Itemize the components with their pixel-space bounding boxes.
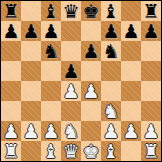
square-d5[interactable]: ♟ [61,61,81,81]
square-d4[interactable]: ♟ [61,81,81,101]
square-f7[interactable]: ♟ [101,21,121,41]
white-bishop[interactable]: ♝ [41,141,61,161]
square-f3[interactable]: ♞ [101,101,121,121]
square-d1[interactable]: ♛ [61,141,81,161]
white-pawn[interactable]: ♟ [1,121,21,141]
square-e7[interactable] [81,21,101,41]
black-pawn[interactable]: ♟ [101,21,121,41]
white-knight[interactable]: ♞ [101,101,121,121]
square-b7[interactable]: ♟ [21,21,41,41]
square-c8[interactable]: ♝ [41,1,61,21]
black-knight[interactable]: ♞ [101,41,121,61]
black-pawn[interactable]: ♟ [81,41,101,61]
white-pawn[interactable]: ♟ [21,121,41,141]
white-pawn[interactable]: ♟ [121,121,141,141]
black-pawn[interactable]: ♟ [41,21,61,41]
square-b2[interactable]: ♟ [21,121,41,141]
square-f4[interactable] [101,81,121,101]
square-a4[interactable] [1,81,21,101]
square-b6[interactable] [21,41,41,61]
square-h6[interactable] [141,41,161,61]
square-c2[interactable]: ♟ [41,121,61,141]
black-pawn[interactable]: ♟ [21,21,41,41]
square-e8[interactable]: ♚ [81,1,101,21]
white-king[interactable]: ♚ [81,141,101,161]
white-queen[interactable]: ♛ [61,141,81,161]
black-pawn[interactable]: ♟ [1,21,21,41]
square-a8[interactable]: ♜ [1,1,21,21]
square-g4[interactable] [121,81,141,101]
square-g1[interactable] [121,141,141,161]
square-h2[interactable]: ♟ [141,121,161,141]
square-c1[interactable]: ♝ [41,141,61,161]
black-bishop[interactable]: ♝ [101,1,121,21]
square-g3[interactable] [121,101,141,121]
square-e4[interactable]: ♟ [81,81,101,101]
square-a5[interactable] [1,61,21,81]
square-g7[interactable]: ♟ [121,21,141,41]
square-a1[interactable]: ♜ [1,141,21,161]
square-e3[interactable] [81,101,101,121]
white-rook[interactable]: ♜ [1,141,21,161]
square-e1[interactable]: ♚ [81,141,101,161]
square-d2[interactable]: ♞ [61,121,81,141]
black-queen[interactable]: ♛ [61,1,81,21]
square-h5[interactable] [141,61,161,81]
square-c5[interactable] [41,61,61,81]
white-knight[interactable]: ♞ [61,121,81,141]
square-f2[interactable]: ♟ [101,121,121,141]
white-pawn[interactable]: ♟ [141,121,161,141]
square-h3[interactable] [141,101,161,121]
square-b1[interactable] [21,141,41,161]
square-a7[interactable]: ♟ [1,21,21,41]
square-c6[interactable]: ♞ [41,41,61,61]
chess-board: ♜♝♛♚♝♜♟♟♟♟♟♟♞♟♞♟♟♟♞♟♟♟♞♟♟♟♜♝♛♚♝♜ [0,0,162,162]
square-f5[interactable] [101,61,121,81]
square-e6[interactable]: ♟ [81,41,101,61]
black-knight[interactable]: ♞ [41,41,61,61]
square-g2[interactable]: ♟ [121,121,141,141]
black-rook[interactable]: ♜ [141,1,161,21]
square-f6[interactable]: ♞ [101,41,121,61]
square-b3[interactable] [21,101,41,121]
black-pawn[interactable]: ♟ [61,61,81,81]
white-pawn[interactable]: ♟ [41,121,61,141]
black-king[interactable]: ♚ [81,1,101,21]
square-d6[interactable] [61,41,81,61]
square-g5[interactable] [121,61,141,81]
square-a3[interactable] [1,101,21,121]
square-h8[interactable]: ♜ [141,1,161,21]
black-rook[interactable]: ♜ [1,1,21,21]
square-e2[interactable] [81,121,101,141]
square-g8[interactable] [121,1,141,21]
square-c4[interactable] [41,81,61,101]
black-pawn[interactable]: ♟ [121,21,141,41]
square-h7[interactable]: ♟ [141,21,161,41]
square-c3[interactable] [41,101,61,121]
square-a2[interactable]: ♟ [1,121,21,141]
square-b5[interactable] [21,61,41,81]
square-f1[interactable]: ♝ [101,141,121,161]
white-pawn[interactable]: ♟ [101,121,121,141]
square-e5[interactable] [81,61,101,81]
square-h1[interactable]: ♜ [141,141,161,161]
white-pawn[interactable]: ♟ [81,81,101,101]
square-f8[interactable]: ♝ [101,1,121,21]
black-bishop[interactable]: ♝ [41,1,61,21]
square-d7[interactable] [61,21,81,41]
white-rook[interactable]: ♜ [141,141,161,161]
square-h4[interactable] [141,81,161,101]
white-pawn[interactable]: ♟ [61,81,81,101]
square-d3[interactable] [61,101,81,121]
square-c7[interactable]: ♟ [41,21,61,41]
white-bishop[interactable]: ♝ [101,141,121,161]
square-b4[interactable] [21,81,41,101]
square-a6[interactable] [1,41,21,61]
black-pawn[interactable]: ♟ [141,21,161,41]
square-b8[interactable] [21,1,41,21]
square-g6[interactable] [121,41,141,61]
square-d8[interactable]: ♛ [61,1,81,21]
